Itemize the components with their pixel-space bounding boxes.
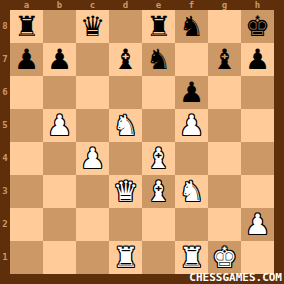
square-b4[interactable]	[43, 142, 76, 175]
square-e5[interactable]	[142, 109, 175, 142]
square-f5[interactable]: ♟	[175, 109, 208, 142]
piece-white-pawn: ♟	[241, 208, 274, 241]
square-a4[interactable]	[10, 142, 43, 175]
piece-white-king: ♚	[208, 241, 241, 274]
file-label-d: d	[109, 0, 142, 10]
square-a3[interactable]	[10, 175, 43, 208]
piece-black-pawn: ♟	[43, 43, 76, 76]
rank-label-1: 1	[0, 241, 10, 274]
square-d7[interactable]: ♝	[109, 43, 142, 76]
square-e8[interactable]: ♜	[142, 10, 175, 43]
square-d1[interactable]: ♜	[109, 241, 142, 274]
rank-label-6: 6	[0, 76, 10, 109]
square-h3[interactable]	[241, 175, 274, 208]
square-g1[interactable]: ♚	[208, 241, 241, 274]
square-e1[interactable]	[142, 241, 175, 274]
square-b2[interactable]	[43, 208, 76, 241]
square-g3[interactable]	[208, 175, 241, 208]
square-h8[interactable]: ♚	[241, 10, 274, 43]
file-label-c: c	[76, 0, 109, 10]
square-f7[interactable]	[175, 43, 208, 76]
file-label-g: g	[208, 0, 241, 10]
file-label-b: b	[43, 0, 76, 10]
rank-label-5: 5	[0, 109, 10, 142]
piece-white-knight: ♞	[109, 109, 142, 142]
square-d8[interactable]	[109, 10, 142, 43]
rank-label-7: 7	[0, 43, 10, 76]
square-g6[interactable]	[208, 76, 241, 109]
rank-labels: 87654321	[0, 10, 10, 274]
file-label-h: h	[241, 0, 274, 10]
file-label-a: a	[10, 0, 43, 10]
file-label-e: e	[142, 0, 175, 10]
piece-white-queen: ♛	[109, 175, 142, 208]
piece-white-pawn: ♟	[175, 109, 208, 142]
square-h2[interactable]: ♟	[241, 208, 274, 241]
piece-black-queen: ♛	[76, 10, 109, 43]
square-d2[interactable]	[109, 208, 142, 241]
file-label-f: f	[175, 0, 208, 10]
square-c5[interactable]	[76, 109, 109, 142]
square-g2[interactable]	[208, 208, 241, 241]
square-c7[interactable]	[76, 43, 109, 76]
piece-black-pawn: ♟	[10, 43, 43, 76]
square-h1[interactable]	[241, 241, 274, 274]
piece-black-rook: ♜	[142, 10, 175, 43]
square-g7[interactable]: ♝	[208, 43, 241, 76]
piece-black-knight: ♞	[142, 43, 175, 76]
square-c8[interactable]: ♛	[76, 10, 109, 43]
piece-white-rook: ♜	[175, 241, 208, 274]
piece-white-knight: ♞	[175, 175, 208, 208]
square-b6[interactable]	[43, 76, 76, 109]
square-h6[interactable]	[241, 76, 274, 109]
square-h7[interactable]: ♟	[241, 43, 274, 76]
square-f1[interactable]: ♜	[175, 241, 208, 274]
square-c6[interactable]	[76, 76, 109, 109]
watermark-chessgames: CHESSGAMES.COM	[189, 271, 282, 284]
square-a7[interactable]: ♟	[10, 43, 43, 76]
rank-label-2: 2	[0, 208, 10, 241]
square-h4[interactable]	[241, 142, 274, 175]
piece-black-knight: ♞	[175, 10, 208, 43]
square-g5[interactable]	[208, 109, 241, 142]
square-e6[interactable]	[142, 76, 175, 109]
piece-black-king: ♚	[241, 10, 274, 43]
square-a1[interactable]	[10, 241, 43, 274]
file-labels: abcdefgh	[10, 0, 274, 10]
square-c4[interactable]: ♟	[76, 142, 109, 175]
square-f3[interactable]: ♞	[175, 175, 208, 208]
square-f8[interactable]: ♞	[175, 10, 208, 43]
square-d4[interactable]	[109, 142, 142, 175]
square-b3[interactable]	[43, 175, 76, 208]
square-e4[interactable]: ♝	[142, 142, 175, 175]
square-f2[interactable]	[175, 208, 208, 241]
square-a6[interactable]	[10, 76, 43, 109]
square-c3[interactable]	[76, 175, 109, 208]
square-c2[interactable]	[76, 208, 109, 241]
piece-white-rook: ♜	[109, 241, 142, 274]
piece-black-pawn: ♟	[241, 43, 274, 76]
square-d5[interactable]: ♞	[109, 109, 142, 142]
square-c1[interactable]	[76, 241, 109, 274]
square-a2[interactable]	[10, 208, 43, 241]
square-g8[interactable]	[208, 10, 241, 43]
piece-black-pawn: ♟	[175, 76, 208, 109]
square-d6[interactable]	[109, 76, 142, 109]
square-g4[interactable]	[208, 142, 241, 175]
square-e2[interactable]	[142, 208, 175, 241]
rank-label-8: 8	[0, 10, 10, 43]
square-b7[interactable]: ♟	[43, 43, 76, 76]
piece-white-bishop: ♝	[142, 175, 175, 208]
square-d3[interactable]: ♛	[109, 175, 142, 208]
chess-board: ♜♛♜♞♚♟♟♝♞♝♟♟♟♞♟♟♝♛♝♞♟♜♜♚	[10, 10, 274, 274]
square-a8[interactable]: ♜	[10, 10, 43, 43]
square-f6[interactable]: ♟	[175, 76, 208, 109]
piece-white-pawn: ♟	[43, 109, 76, 142]
piece-black-bishop: ♝	[208, 43, 241, 76]
square-b8[interactable]	[43, 10, 76, 43]
rank-label-4: 4	[0, 142, 10, 175]
square-h5[interactable]	[241, 109, 274, 142]
square-e7[interactable]: ♞	[142, 43, 175, 76]
piece-white-bishop: ♝	[142, 142, 175, 175]
square-f4[interactable]	[175, 142, 208, 175]
rank-label-3: 3	[0, 175, 10, 208]
chess-board-frame: abcdefgh 87654321 ♜♛♜♞♚♟♟♝♞♝♟♟♟♞♟♟♝♛♝♞♟♜…	[0, 0, 284, 284]
piece-white-pawn: ♟	[76, 142, 109, 175]
square-b1[interactable]	[43, 241, 76, 274]
piece-black-bishop: ♝	[109, 43, 142, 76]
square-a5[interactable]	[10, 109, 43, 142]
square-e3[interactable]: ♝	[142, 175, 175, 208]
piece-black-rook: ♜	[10, 10, 43, 43]
square-b5[interactable]: ♟	[43, 109, 76, 142]
